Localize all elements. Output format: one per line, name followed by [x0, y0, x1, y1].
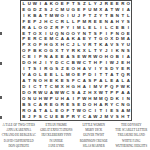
word-list: A TALE OF TWO CITIESANNA KARENINACYRANO …	[1, 123, 149, 149]
word-list-column: THE ODYSSEYTHE SCARLET LETTERTREASURE IS…	[114, 123, 150, 149]
word-item: JANE EYRE	[39, 144, 75, 149]
word-list-column: A TALE OF TWO CITIESANNA KARENINACYRANO …	[1, 123, 37, 149]
grid-cell: T	[126, 114, 132, 120]
puzzle-page: LUWIAKOEFTSZLYJREEROEGDZSJCMUGEFUMXATWIA…	[0, 0, 150, 150]
page-edge-mark	[0, 116, 2, 119]
page-edge-mark	[0, 32, 2, 35]
word-list-column: ETHAN FROMEGREAT EXPECTATIONSHUCKLEBERRY…	[39, 123, 75, 149]
page-edge-mark	[0, 62, 2, 65]
page-edge-mark	[0, 96, 2, 99]
word-list-column: LITTLE WOMENMOBY DICKOLIVER TWISTROBINSO…	[76, 123, 112, 149]
word-item: SILAS MARNER	[76, 144, 112, 149]
word-search-grid: LUWIAKOEFTSZLYJREEROEGDZSJCMUGEFUMXATWIA…	[20, 0, 132, 121]
word-item: DON QUIXOTE	[1, 144, 37, 149]
word-item: WUTHERING HEIGHTS	[114, 144, 150, 149]
